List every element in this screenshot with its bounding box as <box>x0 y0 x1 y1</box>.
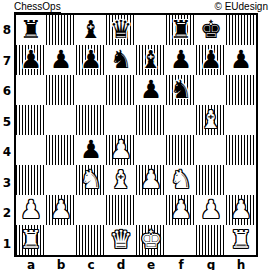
square-g2[interactable]: ♟ <box>196 195 226 225</box>
square-b7[interactable]: ♟ <box>46 45 76 75</box>
square-h4[interactable] <box>226 135 256 165</box>
square-e6[interactable]: ♟ <box>136 75 166 105</box>
white-rook-a1[interactable]: ♜ <box>16 225 46 255</box>
square-h7[interactable]: ♟ <box>226 45 256 75</box>
square-a4[interactable] <box>16 135 46 165</box>
square-c7[interactable]: ♟ <box>76 45 106 75</box>
rank-labels: 87654321 <box>0 15 14 259</box>
square-c8[interactable]: ♝ <box>76 15 106 45</box>
white-knight-c3[interactable]: ♞ <box>76 165 106 195</box>
square-d8[interactable]: ♛ <box>106 15 136 45</box>
black-king-g8[interactable]: ♚ <box>196 15 226 45</box>
square-b6[interactable] <box>46 75 76 105</box>
white-pawn-e3[interactable]: ♟ <box>136 165 166 195</box>
square-c6[interactable] <box>76 75 106 105</box>
black-rook-f8[interactable]: ♜ <box>166 15 196 45</box>
square-d7[interactable]: ♞ <box>106 45 136 75</box>
square-b4[interactable] <box>46 135 76 165</box>
square-g4[interactable] <box>196 135 226 165</box>
square-c4[interactable]: ♟ <box>76 135 106 165</box>
square-g7[interactable]: ♟ <box>196 45 226 75</box>
square-e3[interactable]: ♟ <box>136 165 166 195</box>
square-h1[interactable]: ♜ <box>226 225 256 255</box>
square-f2[interactable]: ♟ <box>166 195 196 225</box>
white-pawn-a2[interactable]: ♟ <box>16 195 46 225</box>
file-label-c: c <box>76 258 106 270</box>
black-knight-d7[interactable]: ♞ <box>106 45 136 75</box>
rank-label-1: 1 <box>0 229 14 260</box>
white-queen-d1[interactable]: ♛ <box>106 225 136 255</box>
rank-label-4: 4 <box>0 137 14 168</box>
square-h5[interactable] <box>226 105 256 135</box>
black-bishop-c8[interactable]: ♝ <box>76 15 106 45</box>
square-e4[interactable] <box>136 135 166 165</box>
white-king-e1[interactable]: ♚ <box>136 225 166 255</box>
black-pawn-e6[interactable]: ♟ <box>136 75 166 105</box>
black-pawn-c4[interactable]: ♟ <box>76 135 106 165</box>
square-e2[interactable] <box>136 195 166 225</box>
square-h3[interactable] <box>226 165 256 195</box>
white-pawn-h2[interactable]: ♟ <box>226 195 256 225</box>
square-b2[interactable]: ♟ <box>46 195 76 225</box>
square-g6[interactable] <box>196 75 226 105</box>
square-f4[interactable] <box>166 135 196 165</box>
board-frame: ♜♝♛♜♚♟♟♟♞♝♟♟♟♟♞♝♟♟♞♝♟♞♟♟♟♟♟♜♛♚♜ <box>14 13 258 257</box>
white-pawn-d4[interactable]: ♟ <box>106 135 136 165</box>
square-e7[interactable]: ♝ <box>136 45 166 75</box>
chessops-window: ChessOps © EUdesign 87654321 ♜♝♛♜♚♟♟♟♞♝♟… <box>0 0 270 270</box>
white-pawn-f2[interactable]: ♟ <box>166 195 196 225</box>
black-pawn-b7[interactable]: ♟ <box>46 45 76 75</box>
black-pawn-g7[interactable]: ♟ <box>196 45 226 75</box>
square-f6[interactable]: ♞ <box>166 75 196 105</box>
square-c3[interactable]: ♞ <box>76 165 106 195</box>
app-title: ChessOps <box>14 1 61 13</box>
square-g3[interactable] <box>196 165 226 195</box>
square-b1[interactable] <box>46 225 76 255</box>
square-a3[interactable] <box>16 165 46 195</box>
white-pawn-g2[interactable]: ♟ <box>196 195 226 225</box>
square-b8[interactable] <box>46 15 76 45</box>
square-e1[interactable]: ♚ <box>136 225 166 255</box>
black-queen-d8[interactable]: ♛ <box>106 15 136 45</box>
file-label-g: g <box>196 258 226 270</box>
square-f1[interactable] <box>166 225 196 255</box>
file-label-h: h <box>226 258 256 270</box>
square-d3[interactable]: ♝ <box>106 165 136 195</box>
square-a8[interactable]: ♜ <box>16 15 46 45</box>
header: ChessOps © EUdesign <box>0 1 270 13</box>
white-bishop-d3[interactable]: ♝ <box>106 165 136 195</box>
square-a2[interactable]: ♟ <box>16 195 46 225</box>
square-a1[interactable]: ♜ <box>16 225 46 255</box>
rank-label-2: 2 <box>0 198 14 229</box>
square-d1[interactable]: ♛ <box>106 225 136 255</box>
black-pawn-a7[interactable]: ♟ <box>16 45 46 75</box>
square-c1[interactable] <box>76 225 106 255</box>
square-f5[interactable] <box>166 105 196 135</box>
white-pawn-b2[interactable]: ♟ <box>46 195 76 225</box>
square-c2[interactable] <box>76 195 106 225</box>
white-rook-h1[interactable]: ♜ <box>226 225 256 255</box>
chess-board[interactable]: ♜♝♛♜♚♟♟♟♞♝♟♟♟♟♞♝♟♟♞♝♟♞♟♟♟♟♟♜♛♚♜ <box>16 15 256 255</box>
file-label-e: e <box>136 258 166 270</box>
rank-label-5: 5 <box>0 107 14 138</box>
file-label-d: d <box>106 258 136 270</box>
square-a6[interactable] <box>16 75 46 105</box>
square-d4[interactable]: ♟ <box>106 135 136 165</box>
file-label-a: a <box>16 258 46 270</box>
square-d5[interactable] <box>106 105 136 135</box>
square-g5[interactable]: ♝ <box>196 105 226 135</box>
square-f7[interactable]: ♟ <box>166 45 196 75</box>
square-f3[interactable]: ♞ <box>166 165 196 195</box>
black-knight-f6[interactable]: ♞ <box>166 75 196 105</box>
square-d6[interactable] <box>106 75 136 105</box>
rank-label-3: 3 <box>0 168 14 199</box>
square-d2[interactable] <box>106 195 136 225</box>
square-g1[interactable] <box>196 225 226 255</box>
square-e5[interactable] <box>136 105 166 135</box>
square-b5[interactable] <box>46 105 76 135</box>
rank-label-6: 6 <box>0 76 14 107</box>
white-knight-f3[interactable]: ♞ <box>166 165 196 195</box>
black-pawn-c7[interactable]: ♟ <box>76 45 106 75</box>
credit-label: © EUdesign <box>214 1 268 12</box>
square-h2[interactable]: ♟ <box>226 195 256 225</box>
rank-label-7: 7 <box>0 46 14 77</box>
square-e8[interactable] <box>136 15 166 45</box>
black-rook-a8[interactable]: ♜ <box>16 15 46 45</box>
white-bishop-g5[interactable]: ♝ <box>196 105 226 135</box>
square-a5[interactable] <box>16 105 46 135</box>
rank-label-8: 8 <box>0 15 14 46</box>
black-bishop-e7[interactable]: ♝ <box>136 45 166 75</box>
file-label-b: b <box>46 258 76 270</box>
square-b3[interactable] <box>46 165 76 195</box>
square-f8[interactable]: ♜ <box>166 15 196 45</box>
file-label-f: f <box>166 258 196 270</box>
square-h6[interactable] <box>226 75 256 105</box>
black-pawn-f7[interactable]: ♟ <box>166 45 196 75</box>
black-pawn-h7[interactable]: ♟ <box>226 45 256 75</box>
square-g8[interactable]: ♚ <box>196 15 226 45</box>
square-a7[interactable]: ♟ <box>16 45 46 75</box>
file-labels: abcdefgh <box>16 258 256 270</box>
square-c5[interactable] <box>76 105 106 135</box>
square-h8[interactable] <box>226 15 256 45</box>
